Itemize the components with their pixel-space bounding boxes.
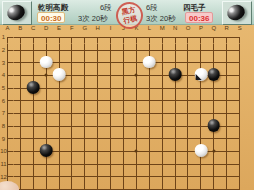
coord-number-4: 4: [2, 72, 5, 78]
board-cell-M5[interactable]: [156, 82, 169, 95]
board-cell-J11[interactable]: [117, 158, 130, 171]
board-cell-J8[interactable]: [117, 120, 130, 133]
board-cell-S12[interactable]: [233, 170, 246, 183]
board-cell-F8[interactable]: [65, 120, 78, 133]
board-cell-S4[interactable]: [233, 69, 246, 82]
board-cell-P6[interactable]: [194, 94, 207, 107]
board-cell-B9[interactable]: [14, 132, 27, 145]
board-cell-K13[interactable]: [130, 183, 143, 190]
coord-letter-A: A: [5, 25, 9, 31]
board-cell-P12[interactable]: [194, 170, 207, 183]
board-cell-G7[interactable]: [78, 107, 91, 120]
board-cell-I13[interactable]: [104, 183, 117, 190]
board-cell-K6[interactable]: [130, 94, 143, 107]
board-cell-L2[interactable]: [143, 44, 156, 57]
board-cell-B2[interactable]: [14, 44, 27, 57]
board-cell-O9[interactable]: [181, 132, 194, 145]
board-cell-N11[interactable]: [169, 158, 182, 171]
coord-letter-I: I: [110, 25, 112, 31]
board-cell-P5[interactable]: [194, 82, 207, 95]
board-cell-L6[interactable]: [143, 94, 156, 107]
board-cell-Q9[interactable]: [207, 132, 220, 145]
board-cell-O3[interactable]: [181, 56, 194, 69]
board-cell-F1[interactable]: [65, 31, 78, 44]
board-cell-R4[interactable]: [220, 69, 233, 82]
board-cell-C12[interactable]: [27, 170, 40, 183]
board-cell-N6[interactable]: [169, 94, 182, 107]
board-cell-B12[interactable]: [14, 170, 27, 183]
board-cell-D8[interactable]: [40, 120, 53, 133]
board-cell-I2[interactable]: [104, 44, 117, 57]
board-cell-F11[interactable]: [65, 158, 78, 171]
board-cell-O11[interactable]: [181, 158, 194, 171]
board-cell-M4[interactable]: [156, 69, 169, 82]
board-cell-E1[interactable]: [53, 31, 66, 44]
board-cell-R5[interactable]: [220, 82, 233, 95]
coord-number-6: 6: [2, 98, 5, 104]
board-cell-K12[interactable]: [130, 170, 143, 183]
board-cell-P8[interactable]: [194, 120, 207, 133]
board-cell-D9[interactable]: [40, 132, 53, 145]
board-cell-G4[interactable]: [78, 69, 91, 82]
board-cell-C4[interactable]: [27, 69, 40, 82]
right-player-clock-active: 00:36: [185, 12, 213, 23]
board-cell-B7[interactable]: [14, 107, 27, 120]
board-cell-J1[interactable]: [117, 31, 130, 44]
board-cell-H7[interactable]: [91, 107, 104, 120]
board-cell-L5[interactable]: [143, 82, 156, 95]
coord-letter-R: R: [225, 25, 229, 31]
board-cell-C1[interactable]: [27, 31, 40, 44]
board-cell-J9[interactable]: [117, 132, 130, 145]
coord-letter-H: H: [96, 25, 100, 31]
board-cell-S7[interactable]: [233, 107, 246, 120]
coord-number-9: 9: [2, 136, 5, 142]
board-cell-D11[interactable]: [40, 158, 53, 171]
board-cell-E2[interactable]: [53, 44, 66, 57]
board-cell-J6[interactable]: [117, 94, 130, 107]
board-cell-S13[interactable]: [233, 183, 246, 190]
board-cell-F4[interactable]: [65, 69, 78, 82]
board-cell-I5[interactable]: [104, 82, 117, 95]
board-cell-Q5[interactable]: [207, 82, 220, 95]
coord-number-5: 5: [2, 85, 5, 91]
board-cell-S2[interactable]: [233, 44, 246, 57]
board-cell-D13[interactable]: [40, 183, 53, 190]
right-player-rank: 6段: [146, 3, 158, 13]
board-cell-F6[interactable]: [65, 94, 78, 107]
board-cell-G5[interactable]: [78, 82, 91, 95]
board-cell-I12[interactable]: [104, 170, 117, 183]
board-cell-G2[interactable]: [78, 44, 91, 57]
star-point-K10: [135, 150, 138, 153]
board-cell-F13[interactable]: [65, 183, 78, 190]
board-cell-N2[interactable]: [169, 44, 182, 57]
board-cell-K5[interactable]: [130, 82, 143, 95]
board-cell-B10[interactable]: [14, 145, 27, 158]
board-cell-F12[interactable]: [65, 170, 78, 183]
board-cell-L1[interactable]: [143, 31, 156, 44]
black-stone-Q4: [208, 68, 221, 81]
board-cell-F7[interactable]: [65, 107, 78, 120]
board-cell-D5[interactable]: [40, 82, 53, 95]
board-cell-S11[interactable]: [233, 158, 246, 171]
board-cell-O2[interactable]: [181, 44, 194, 57]
board-cell-G12[interactable]: [78, 170, 91, 183]
board-cell-N3[interactable]: [169, 56, 182, 69]
board-cell-H10[interactable]: [91, 145, 104, 158]
board-cell-N1[interactable]: [169, 31, 182, 44]
board-cell-M2[interactable]: [156, 44, 169, 57]
board-cell-M8[interactable]: [156, 120, 169, 133]
board-cell-E10[interactable]: [53, 145, 66, 158]
board-cell-F10[interactable]: [65, 145, 78, 158]
board-cell-G13[interactable]: [78, 183, 91, 190]
board-cell-O5[interactable]: [181, 82, 194, 95]
left-player-rank: 6段: [100, 3, 112, 13]
board-cell-L12[interactable]: [143, 170, 156, 183]
board-cell-I3[interactable]: [104, 56, 117, 69]
board-cell-D6[interactable]: [40, 94, 53, 107]
go-game-screen: 乾明高殿 6段 00:30 3次 20秒 6段 四毛子 3次 20秒 00:36…: [0, 0, 254, 190]
board-cell-R10[interactable]: [220, 145, 233, 158]
white-stone-L3: [143, 56, 156, 69]
board-cell-Q2[interactable]: [207, 44, 220, 57]
board-cell-R12[interactable]: [220, 170, 233, 183]
board-cell-S6[interactable]: [233, 94, 246, 107]
coord-letter-E: E: [57, 25, 61, 31]
board-cell-K9[interactable]: [130, 132, 143, 145]
board-cell-I10[interactable]: [104, 145, 117, 158]
board-cell-R3[interactable]: [220, 56, 233, 69]
star-point-D4: [45, 74, 48, 77]
coord-letter-O: O: [186, 25, 191, 31]
board-cell-F9[interactable]: [65, 132, 78, 145]
coord-number-10: 10: [0, 148, 7, 154]
board-cell-N12[interactable]: [169, 170, 182, 183]
board-cell-N13[interactable]: [169, 183, 182, 190]
board-cell-N9[interactable]: [169, 132, 182, 145]
board-cell-Q11[interactable]: [207, 158, 220, 171]
board-cell-G3[interactable]: [78, 56, 91, 69]
board-cell-L4[interactable]: [143, 69, 156, 82]
goban: [1, 31, 246, 190]
board-cell-M1[interactable]: [156, 31, 169, 44]
board-cell-N8[interactable]: [169, 120, 182, 133]
board-cell-Q7[interactable]: [207, 107, 220, 120]
board-cell-H8[interactable]: [91, 120, 104, 133]
coord-number-2: 2: [2, 47, 5, 53]
board-cell-O1[interactable]: [181, 31, 194, 44]
board-cell-I8[interactable]: [104, 120, 117, 133]
board-cell-M11[interactable]: [156, 158, 169, 171]
stone-photo-icon: [5, 3, 27, 23]
board-cell-C2[interactable]: [27, 44, 40, 57]
board-cell-C3[interactable]: [27, 56, 40, 69]
coord-number-1: 1: [2, 34, 5, 40]
board-cell-E3[interactable]: [53, 56, 66, 69]
board-cell-R9[interactable]: [220, 132, 233, 145]
board-cell-O4[interactable]: [181, 69, 194, 82]
board-cell-H6[interactable]: [91, 94, 104, 107]
board-cell-M13[interactable]: [156, 183, 169, 190]
board-cell-S3[interactable]: [233, 56, 246, 69]
board-cell-H4[interactable]: [91, 69, 104, 82]
board-cell-E13[interactable]: [53, 183, 66, 190]
last-move-marker: [196, 74, 202, 80]
coord-letter-D: D: [44, 25, 48, 31]
board-cell-M7[interactable]: [156, 107, 169, 120]
board-cell-I7[interactable]: [104, 107, 117, 120]
board-cell-I1[interactable]: [104, 31, 117, 44]
black-stone-D10: [40, 144, 53, 157]
board-cell-M6[interactable]: [156, 94, 169, 107]
board-cell-H12[interactable]: [91, 170, 104, 183]
board-cell-H13[interactable]: [91, 183, 104, 190]
board-cell-B8[interactable]: [14, 120, 27, 133]
board-cell-M9[interactable]: [156, 132, 169, 145]
coord-number-12: 12: [0, 174, 7, 180]
coord-number-8: 8: [2, 123, 5, 129]
board-cell-B1[interactable]: [14, 31, 27, 44]
board-cell-J4[interactable]: [117, 69, 130, 82]
black-stone-Q8: [208, 119, 221, 132]
board-cell-B5[interactable]: [14, 82, 27, 95]
board-cell-B11[interactable]: [14, 158, 27, 171]
board-cell-O6[interactable]: [181, 94, 194, 107]
board-cell-L8[interactable]: [143, 120, 156, 133]
board-cell-K3[interactable]: [130, 56, 143, 69]
board-cell-Q12[interactable]: [207, 170, 220, 183]
board-cell-E9[interactable]: [53, 132, 66, 145]
board-cell-L7[interactable]: [143, 107, 156, 120]
board-cell-O13[interactable]: [181, 183, 194, 190]
left-player-clock: 00:30: [37, 12, 65, 23]
board-cell-R8[interactable]: [220, 120, 233, 133]
board-cell-R7[interactable]: [220, 107, 233, 120]
board-cell-L13[interactable]: [143, 183, 156, 190]
coord-letter-L: L: [148, 25, 151, 31]
board-cell-R2[interactable]: [220, 44, 233, 57]
board-cell-D1[interactable]: [40, 31, 53, 44]
board-cell-R13[interactable]: [220, 183, 233, 190]
board-cell-P9[interactable]: [194, 132, 207, 145]
star-point-K4: [135, 74, 138, 77]
board-cell-G10[interactable]: [78, 145, 91, 158]
coord-letter-M: M: [160, 25, 165, 31]
board-cell-K1[interactable]: [130, 31, 143, 44]
board-cell-C13[interactable]: [27, 183, 40, 190]
board-cell-D2[interactable]: [40, 44, 53, 57]
board-cell-B6[interactable]: [14, 94, 27, 107]
board-cell-K11[interactable]: [130, 158, 143, 171]
board-cell-E8[interactable]: [53, 120, 66, 133]
board-cell-I6[interactable]: [104, 94, 117, 107]
board-cell-H5[interactable]: [91, 82, 104, 95]
board-cell-R1[interactable]: [220, 31, 233, 44]
board-cell-Q6[interactable]: [207, 94, 220, 107]
board-cell-C6[interactable]: [27, 94, 40, 107]
board-cell-J7[interactable]: [117, 107, 130, 120]
board-cell-B4[interactable]: [14, 69, 27, 82]
board-cell-S8[interactable]: [233, 120, 246, 133]
board-cell-B3[interactable]: [14, 56, 27, 69]
coord-letter-B: B: [18, 25, 22, 31]
board-cell-J13[interactable]: [117, 183, 130, 190]
board-cell-G6[interactable]: [78, 94, 91, 107]
coord-letter-G: G: [83, 25, 88, 31]
board-cell-P1[interactable]: [194, 31, 207, 44]
board-cell-F2[interactable]: [65, 44, 78, 57]
board-cell-I11[interactable]: [104, 158, 117, 171]
board-cell-E5[interactable]: [53, 82, 66, 95]
board-cell-J10[interactable]: [117, 145, 130, 158]
black-stone-C5: [27, 81, 40, 94]
board-cell-K7[interactable]: [130, 107, 143, 120]
board-cell-G11[interactable]: [78, 158, 91, 171]
star-point-Q10: [212, 150, 215, 153]
board-cell-S9[interactable]: [233, 132, 246, 145]
board-cell-R11[interactable]: [220, 158, 233, 171]
board-cell-S10[interactable]: [233, 145, 246, 158]
board-cell-M10[interactable]: [156, 145, 169, 158]
white-stone-D3: [40, 56, 53, 69]
board-cell-M12[interactable]: [156, 170, 169, 183]
board-cell-L9[interactable]: [143, 132, 156, 145]
coord-letter-C: C: [31, 25, 35, 31]
board-cell-H9[interactable]: [91, 132, 104, 145]
white-stone-P4: [195, 68, 208, 81]
black-stone-N4: [169, 68, 182, 81]
board-cell-J3[interactable]: [117, 56, 130, 69]
left-player-avatar[interactable]: [2, 1, 32, 25]
board-cell-E12[interactable]: [53, 170, 66, 183]
board-cell-I4[interactable]: [104, 69, 117, 82]
board-cell-N5[interactable]: [169, 82, 182, 95]
board-cell-Q3[interactable]: [207, 56, 220, 69]
board-cell-J5[interactable]: [117, 82, 130, 95]
stone-photo-icon: [225, 3, 247, 23]
board-cell-O8[interactable]: [181, 120, 194, 133]
coord-number-3: 3: [2, 60, 5, 66]
board-cell-P13[interactable]: [194, 183, 207, 190]
board-cell-P7[interactable]: [194, 107, 207, 120]
coord-number-11: 11: [0, 161, 6, 167]
board-cell-E6[interactable]: [53, 94, 66, 107]
board-cell-C9[interactable]: [27, 132, 40, 145]
board-cell-H2[interactable]: [91, 44, 104, 57]
board-cell-H11[interactable]: [91, 158, 104, 171]
board-cell-M3[interactable]: [156, 56, 169, 69]
board-cell-P2[interactable]: [194, 44, 207, 57]
board-cell-Q13[interactable]: [207, 183, 220, 190]
board-cell-O7[interactable]: [181, 107, 194, 120]
board-cell-C11[interactable]: [27, 158, 40, 171]
board-cell-L10[interactable]: [143, 145, 156, 158]
board-cell-G9[interactable]: [78, 132, 91, 145]
board-cell-S5[interactable]: [233, 82, 246, 95]
board-cell-I9[interactable]: [104, 132, 117, 145]
coord-letter-F: F: [70, 25, 74, 31]
board-cell-L11[interactable]: [143, 158, 156, 171]
board-cell-H1[interactable]: [91, 31, 104, 44]
right-player-byoyomi: 3次 20秒: [146, 14, 176, 24]
right-player-avatar[interactable]: [222, 1, 252, 25]
board-cell-N7[interactable]: [169, 107, 182, 120]
board-cell-N10[interactable]: [169, 145, 182, 158]
board-cell-P11[interactable]: [194, 158, 207, 171]
board-cell-J12[interactable]: [117, 170, 130, 183]
coord-number-7: 7: [2, 110, 5, 116]
board-cell-C8[interactable]: [27, 120, 40, 133]
board-cell-S1[interactable]: [233, 31, 246, 44]
coord-letter-Q: Q: [212, 25, 217, 31]
board-cell-G8[interactable]: [78, 120, 91, 133]
board-cell-D12[interactable]: [40, 170, 53, 183]
board-cell-D7[interactable]: [40, 107, 53, 120]
board-cell-O12[interactable]: [181, 170, 194, 183]
coord-letter-P: P: [199, 25, 203, 31]
board-cell-J2[interactable]: [117, 44, 130, 57]
board-cell-H3[interactable]: [91, 56, 104, 69]
coord-letter-N: N: [173, 25, 177, 31]
white-stone-P10: [195, 144, 208, 157]
board-cell-P3[interactable]: [194, 56, 207, 69]
white-stone-E4: [53, 68, 66, 81]
board-cell-Q1[interactable]: [207, 31, 220, 44]
board-cell-O10[interactable]: [181, 145, 194, 158]
board-cell-E7[interactable]: [53, 107, 66, 120]
board-cell-C7[interactable]: [27, 107, 40, 120]
board-cell-G1[interactable]: [78, 31, 91, 44]
board-cell-K8[interactable]: [130, 120, 143, 133]
board-cell-E11[interactable]: [53, 158, 66, 171]
board-cell-F3[interactable]: [65, 56, 78, 69]
left-player-byoyomi: 3次 20秒: [78, 14, 108, 24]
coord-letter-S: S: [238, 25, 242, 31]
board-cell-K2[interactable]: [130, 44, 143, 57]
board-cell-R6[interactable]: [220, 94, 233, 107]
board-cell-C10[interactable]: [27, 145, 40, 158]
board-cell-F5[interactable]: [65, 82, 78, 95]
